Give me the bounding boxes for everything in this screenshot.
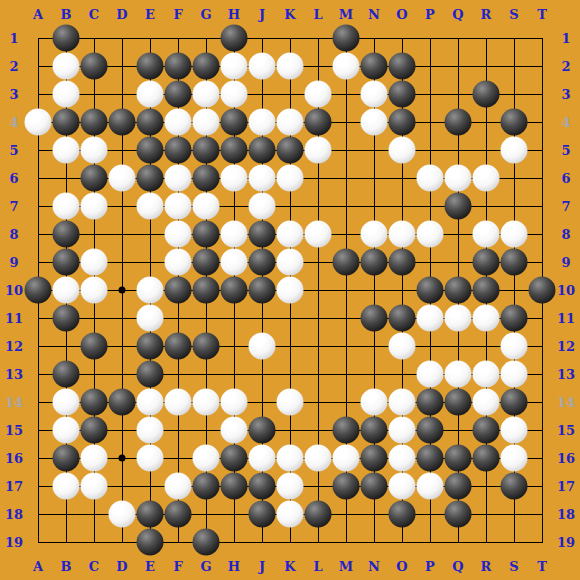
col-label-bottom: F — [173, 560, 182, 573]
stone-white-D18[interactable] — [109, 501, 136, 528]
stone-black-P14[interactable] — [417, 389, 444, 416]
row-label-right: 3 — [561, 88, 570, 101]
stone-black-F18[interactable] — [165, 501, 192, 528]
stone-white-K10[interactable] — [277, 277, 304, 304]
stone-black-J9[interactable] — [249, 249, 276, 276]
row-label-right: 9 — [561, 256, 570, 269]
row-label-left: 11 — [5, 312, 23, 325]
row-label-right: 18 — [557, 508, 575, 521]
stone-white-B2[interactable] — [53, 53, 80, 80]
stone-black-J18[interactable] — [249, 501, 276, 528]
col-label-top: A — [33, 8, 43, 21]
stone-black-S14[interactable] — [501, 389, 528, 416]
stone-black-J10[interactable] — [249, 277, 276, 304]
stone-black-J15[interactable] — [249, 417, 276, 444]
stone-black-B16[interactable] — [53, 445, 80, 472]
stone-black-B8[interactable] — [53, 221, 80, 248]
stone-black-G2[interactable] — [193, 53, 220, 80]
stone-black-F5[interactable] — [165, 137, 192, 164]
col-label-bottom: H — [228, 560, 240, 573]
stone-black-H5[interactable] — [221, 137, 248, 164]
stone-white-P13[interactable] — [417, 361, 444, 388]
stone-black-J5[interactable] — [249, 137, 276, 164]
stone-white-A4[interactable] — [25, 109, 52, 136]
stone-black-O4[interactable] — [389, 109, 416, 136]
stone-white-J12[interactable] — [249, 333, 276, 360]
stone-white-O16[interactable] — [389, 445, 416, 472]
stone-white-O8[interactable] — [389, 221, 416, 248]
stone-white-L8[interactable] — [305, 221, 332, 248]
row-label-left: 13 — [5, 368, 23, 381]
stone-white-S5[interactable] — [501, 137, 528, 164]
stone-black-R10[interactable] — [473, 277, 500, 304]
col-label-bottom: G — [200, 560, 211, 573]
stone-black-A10[interactable] — [25, 277, 52, 304]
row-label-right: 13 — [557, 368, 575, 381]
stone-white-P8[interactable] — [417, 221, 444, 248]
stone-black-H10[interactable] — [221, 277, 248, 304]
stone-black-F3[interactable] — [165, 81, 192, 108]
col-label-top: P — [425, 8, 435, 21]
stone-white-C16[interactable] — [81, 445, 108, 472]
stone-black-Q14[interactable] — [445, 389, 472, 416]
col-label-top: K — [284, 8, 295, 21]
stone-black-N15[interactable] — [361, 417, 388, 444]
stone-black-J8[interactable] — [249, 221, 276, 248]
stone-black-G17[interactable] — [193, 473, 220, 500]
stone-black-N11[interactable] — [361, 305, 388, 332]
stone-black-L18[interactable] — [305, 501, 332, 528]
stone-black-G19[interactable] — [193, 529, 220, 556]
stone-white-C17[interactable] — [81, 473, 108, 500]
col-label-bottom: S — [509, 560, 518, 573]
col-label-bottom: J — [259, 560, 265, 573]
stone-white-B5[interactable] — [53, 137, 80, 164]
stone-black-S9[interactable] — [501, 249, 528, 276]
stone-white-E11[interactable] — [137, 305, 164, 332]
stone-black-E6[interactable] — [137, 165, 164, 192]
col-label-top: J — [259, 8, 265, 21]
stone-white-Q11[interactable] — [445, 305, 472, 332]
col-label-top: R — [481, 8, 492, 21]
stone-white-O15[interactable] — [389, 417, 416, 444]
stone-black-C6[interactable] — [81, 165, 108, 192]
stone-black-B1[interactable] — [53, 25, 80, 52]
stone-black-O2[interactable] — [389, 53, 416, 80]
stone-white-F6[interactable] — [165, 165, 192, 192]
row-label-left: 7 — [9, 200, 18, 213]
col-label-bottom: K — [284, 560, 295, 573]
stone-black-Q7[interactable] — [445, 193, 472, 220]
stone-white-J7[interactable] — [249, 193, 276, 220]
stone-black-E2[interactable] — [137, 53, 164, 80]
row-label-left: 9 — [9, 256, 18, 269]
stone-white-G7[interactable] — [193, 193, 220, 220]
row-label-left: 2 — [9, 60, 18, 73]
stone-black-E18[interactable] — [137, 501, 164, 528]
stone-white-S13[interactable] — [501, 361, 528, 388]
stone-white-K4[interactable] — [277, 109, 304, 136]
stone-white-J4[interactable] — [249, 109, 276, 136]
col-label-bottom: P — [425, 560, 435, 573]
stone-black-E4[interactable] — [137, 109, 164, 136]
stone-white-H15[interactable] — [221, 417, 248, 444]
stone-black-O3[interactable] — [389, 81, 416, 108]
row-label-right: 2 — [561, 60, 570, 73]
col-label-top: T — [537, 8, 547, 21]
stone-white-M2[interactable] — [333, 53, 360, 80]
stone-white-B7[interactable] — [53, 193, 80, 220]
row-label-left: 15 — [5, 424, 23, 437]
col-label-top: N — [368, 8, 380, 21]
stone-white-N14[interactable] — [361, 389, 388, 416]
stone-white-B3[interactable] — [53, 81, 80, 108]
stone-white-E10[interactable] — [137, 277, 164, 304]
stone-black-Q4[interactable] — [445, 109, 472, 136]
go-board: AABBCCDDEEFFGGHHJJKKLLMMNNOOPPQQRRSSTT11… — [0, 0, 580, 580]
stone-white-Q6[interactable] — [445, 165, 472, 192]
stone-black-C4[interactable] — [81, 109, 108, 136]
col-label-bottom: E — [145, 560, 155, 573]
stone-black-G9[interactable] — [193, 249, 220, 276]
row-label-right: 8 — [561, 228, 570, 241]
stone-white-O5[interactable] — [389, 137, 416, 164]
stone-white-C10[interactable] — [81, 277, 108, 304]
col-label-bottom: O — [396, 560, 407, 573]
row-label-right: 19 — [557, 536, 575, 549]
col-label-top: H — [228, 8, 240, 21]
col-label-bottom: A — [33, 560, 43, 573]
col-label-top: Q — [452, 8, 463, 21]
stone-white-L16[interactable] — [305, 445, 332, 472]
stone-black-E5[interactable] — [137, 137, 164, 164]
col-label-bottom: L — [313, 560, 322, 573]
col-label-bottom: C — [89, 560, 99, 573]
stone-white-O12[interactable] — [389, 333, 416, 360]
stone-white-F4[interactable] — [165, 109, 192, 136]
stone-black-D4[interactable] — [109, 109, 136, 136]
stone-black-G12[interactable] — [193, 333, 220, 360]
stone-white-K9[interactable] — [277, 249, 304, 276]
stone-white-Q13[interactable] — [445, 361, 472, 388]
stone-black-M17[interactable] — [333, 473, 360, 500]
col-label-bottom: T — [537, 560, 547, 573]
stone-white-H9[interactable] — [221, 249, 248, 276]
stone-white-R13[interactable] — [473, 361, 500, 388]
stone-white-J2[interactable] — [249, 53, 276, 80]
stone-black-G8[interactable] — [193, 221, 220, 248]
stone-white-D6[interactable] — [109, 165, 136, 192]
stone-white-E16[interactable] — [137, 445, 164, 472]
stone-black-Q18[interactable] — [445, 501, 472, 528]
stone-black-B13[interactable] — [53, 361, 80, 388]
stone-black-R16[interactable] — [473, 445, 500, 472]
stone-black-Q16[interactable] — [445, 445, 472, 472]
row-label-left: 8 — [9, 228, 18, 241]
stone-black-M9[interactable] — [333, 249, 360, 276]
stone-white-C5[interactable] — [81, 137, 108, 164]
col-label-bottom: D — [116, 560, 127, 573]
row-label-right: 11 — [557, 312, 575, 325]
stone-black-K5[interactable] — [277, 137, 304, 164]
stone-black-R15[interactable] — [473, 417, 500, 444]
stone-black-N2[interactable] — [361, 53, 388, 80]
stone-black-M1[interactable] — [333, 25, 360, 52]
stone-black-B4[interactable] — [53, 109, 80, 136]
stone-white-H6[interactable] — [221, 165, 248, 192]
row-label-right: 17 — [557, 480, 575, 493]
stone-black-E19[interactable] — [137, 529, 164, 556]
star-point — [119, 287, 126, 294]
col-label-top: S — [509, 8, 518, 21]
stone-white-G16[interactable] — [193, 445, 220, 472]
col-label-bottom: B — [61, 560, 72, 573]
stone-white-E7[interactable] — [137, 193, 164, 220]
col-label-top: E — [145, 8, 155, 21]
stone-white-R14[interactable] — [473, 389, 500, 416]
col-label-top: D — [116, 8, 127, 21]
stone-black-N17[interactable] — [361, 473, 388, 500]
stone-white-K8[interactable] — [277, 221, 304, 248]
stone-black-R3[interactable] — [473, 81, 500, 108]
stone-white-K18[interactable] — [277, 501, 304, 528]
stone-black-D14[interactable] — [109, 389, 136, 416]
row-label-right: 15 — [557, 424, 575, 437]
stone-black-O11[interactable] — [389, 305, 416, 332]
stone-white-O14[interactable] — [389, 389, 416, 416]
stone-black-R9[interactable] — [473, 249, 500, 276]
row-label-right: 16 — [557, 452, 575, 465]
row-label-right: 12 — [557, 340, 575, 353]
stone-white-F14[interactable] — [165, 389, 192, 416]
stone-white-F7[interactable] — [165, 193, 192, 220]
stone-black-S11[interactable] — [501, 305, 528, 332]
row-label-left: 4 — [9, 116, 18, 129]
stone-white-B15[interactable] — [53, 417, 80, 444]
row-label-right: 1 — [561, 32, 570, 45]
stone-black-C14[interactable] — [81, 389, 108, 416]
stone-white-C9[interactable] — [81, 249, 108, 276]
stone-white-P11[interactable] — [417, 305, 444, 332]
grid-h-line — [38, 430, 543, 431]
stone-black-E13[interactable] — [137, 361, 164, 388]
col-label-top: M — [339, 8, 353, 21]
col-label-bottom: R — [481, 560, 492, 573]
stone-black-S17[interactable] — [501, 473, 528, 500]
row-label-left: 14 — [5, 396, 23, 409]
stone-white-K17[interactable] — [277, 473, 304, 500]
stone-black-B9[interactable] — [53, 249, 80, 276]
row-label-left: 10 — [5, 284, 23, 297]
stone-black-S4[interactable] — [501, 109, 528, 136]
stone-white-J6[interactable] — [249, 165, 276, 192]
row-label-left: 1 — [9, 32, 18, 45]
stone-black-N16[interactable] — [361, 445, 388, 472]
row-label-left: 12 — [5, 340, 23, 353]
stone-white-H2[interactable] — [221, 53, 248, 80]
stone-black-G6[interactable] — [193, 165, 220, 192]
stone-black-N9[interactable] — [361, 249, 388, 276]
stone-black-C2[interactable] — [81, 53, 108, 80]
row-label-left: 6 — [9, 172, 18, 185]
stone-white-R8[interactable] — [473, 221, 500, 248]
stone-white-F17[interactable] — [165, 473, 192, 500]
stone-white-B14[interactable] — [53, 389, 80, 416]
stone-white-O17[interactable] — [389, 473, 416, 500]
stone-white-H8[interactable] — [221, 221, 248, 248]
stone-white-K2[interactable] — [277, 53, 304, 80]
stone-white-C7[interactable] — [81, 193, 108, 220]
stone-black-C15[interactable] — [81, 417, 108, 444]
col-label-top: C — [89, 8, 99, 21]
stone-white-K6[interactable] — [277, 165, 304, 192]
stone-white-B17[interactable] — [53, 473, 80, 500]
row-label-right: 14 — [557, 396, 575, 409]
stone-black-B11[interactable] — [53, 305, 80, 332]
grid-h-line — [38, 346, 543, 347]
stone-white-P17[interactable] — [417, 473, 444, 500]
col-label-bottom: N — [368, 560, 380, 573]
row-label-left: 5 — [9, 144, 18, 157]
stone-white-S16[interactable] — [501, 445, 528, 472]
stone-black-F2[interactable] — [165, 53, 192, 80]
stone-white-E14[interactable] — [137, 389, 164, 416]
stone-white-H3[interactable] — [221, 81, 248, 108]
stone-white-F8[interactable] — [165, 221, 192, 248]
stone-black-F10[interactable] — [165, 277, 192, 304]
stone-white-N3[interactable] — [361, 81, 388, 108]
col-label-bottom: Q — [452, 560, 463, 573]
stone-white-M16[interactable] — [333, 445, 360, 472]
stone-white-B10[interactable] — [53, 277, 80, 304]
row-label-left: 16 — [5, 452, 23, 465]
grid-h-line — [38, 542, 543, 543]
star-point — [119, 455, 126, 462]
row-label-right: 7 — [561, 200, 570, 213]
row-label-right: 4 — [561, 116, 570, 129]
stone-black-G10[interactable] — [193, 277, 220, 304]
stone-white-F9[interactable] — [165, 249, 192, 276]
stone-white-K16[interactable] — [277, 445, 304, 472]
stone-white-G3[interactable] — [193, 81, 220, 108]
stone-black-J17[interactable] — [249, 473, 276, 500]
stone-black-H1[interactable] — [221, 25, 248, 52]
stone-black-F12[interactable] — [165, 333, 192, 360]
row-label-left: 18 — [5, 508, 23, 521]
stone-black-H17[interactable] — [221, 473, 248, 500]
col-label-top: B — [61, 8, 72, 21]
row-label-left: 17 — [5, 480, 23, 493]
stone-black-P16[interactable] — [417, 445, 444, 472]
stone-black-O18[interactable] — [389, 501, 416, 528]
stone-white-R11[interactable] — [473, 305, 500, 332]
col-label-bottom: M — [339, 560, 353, 573]
stone-black-C12[interactable] — [81, 333, 108, 360]
stone-white-R6[interactable] — [473, 165, 500, 192]
col-label-top: G — [200, 8, 211, 21]
stone-white-L3[interactable] — [305, 81, 332, 108]
col-label-top: F — [173, 8, 182, 21]
stone-black-P10[interactable] — [417, 277, 444, 304]
stone-black-G5[interactable] — [193, 137, 220, 164]
stone-white-K14[interactable] — [277, 389, 304, 416]
stone-white-E3[interactable] — [137, 81, 164, 108]
stone-white-H14[interactable] — [221, 389, 248, 416]
stone-black-E12[interactable] — [137, 333, 164, 360]
col-label-top: L — [313, 8, 322, 21]
stone-white-S15[interactable] — [501, 417, 528, 444]
row-label-right: 6 — [561, 172, 570, 185]
stone-black-O9[interactable] — [389, 249, 416, 276]
stone-black-H16[interactable] — [221, 445, 248, 472]
stone-white-L5[interactable] — [305, 137, 332, 164]
stone-black-Q17[interactable] — [445, 473, 472, 500]
row-label-right: 5 — [561, 144, 570, 157]
stone-white-G14[interactable] — [193, 389, 220, 416]
stone-white-E15[interactable] — [137, 417, 164, 444]
stone-black-T10[interactable] — [529, 277, 556, 304]
stone-black-M15[interactable] — [333, 417, 360, 444]
row-label-right: 10 — [557, 284, 575, 297]
col-label-top: O — [396, 8, 407, 21]
stone-white-S12[interactable] — [501, 333, 528, 360]
row-label-left: 19 — [5, 536, 23, 549]
stone-black-P15[interactable] — [417, 417, 444, 444]
stone-white-N8[interactable] — [361, 221, 388, 248]
stone-white-P6[interactable] — [417, 165, 444, 192]
stone-white-G4[interactable] — [193, 109, 220, 136]
stone-black-H4[interactable] — [221, 109, 248, 136]
stone-white-J16[interactable] — [249, 445, 276, 472]
row-label-left: 3 — [9, 88, 18, 101]
stone-white-N4[interactable] — [361, 109, 388, 136]
stone-black-Q10[interactable] — [445, 277, 472, 304]
stone-black-L4[interactable] — [305, 109, 332, 136]
stone-white-S8[interactable] — [501, 221, 528, 248]
